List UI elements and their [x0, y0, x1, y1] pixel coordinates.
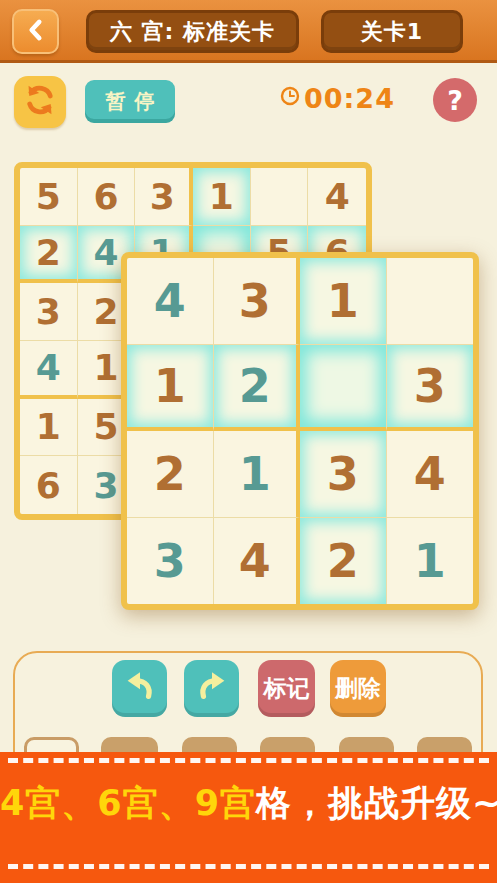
cell-r2c2[interactable]: 2: [214, 345, 301, 432]
cell-r3c1[interactable]: 2: [127, 431, 214, 518]
cell-r2c4[interactable]: 3: [387, 345, 474, 432]
cell-r1c5[interactable]: [251, 168, 309, 226]
banner-dashed-line-bottom: [8, 864, 489, 869]
cell-r1c2[interactable]: 6: [78, 168, 136, 226]
undo-arrow-icon: [121, 667, 159, 710]
cell-r3c4[interactable]: 4: [387, 431, 474, 518]
cell-r4c4[interactable]: 1: [387, 518, 474, 605]
cell-r4c1[interactable]: 3: [127, 518, 214, 605]
back-chevron-icon: [23, 17, 49, 47]
cell-r1c1[interactable]: 4: [127, 258, 214, 345]
cell-r4c3[interactable]: 2: [300, 518, 387, 605]
redo-button[interactable]: [184, 660, 239, 717]
cell-r1c3[interactable]: 1: [300, 258, 387, 345]
cell-r1c4[interactable]: 1: [193, 168, 251, 226]
page-title: 六 宫: 标准关卡: [86, 10, 299, 53]
help-button[interactable]: ?: [433, 78, 477, 122]
timer: 00:24: [280, 80, 395, 116]
cell-r2c1[interactable]: 2: [20, 226, 78, 284]
cell-r3c3[interactable]: 3: [300, 431, 387, 518]
clock-icon: [280, 86, 300, 110]
restart-button[interactable]: [14, 76, 66, 128]
level-badge: 关卡1: [321, 10, 463, 53]
banner-dashed-line-top: [8, 758, 489, 763]
cell-r6c1[interactable]: 6: [20, 456, 78, 514]
cell-r1c1[interactable]: 5: [20, 168, 78, 226]
cell-r4c1[interactable]: 4: [20, 341, 78, 399]
board-4x4-overlay: 43112321343421: [121, 252, 479, 610]
mark-button[interactable]: 标记: [258, 660, 315, 717]
redo-arrow-icon: [193, 667, 231, 710]
undo-button[interactable]: [112, 660, 167, 717]
cell-r4c2[interactable]: 4: [214, 518, 301, 605]
banner-text: 4宫、6宫、9宫格，挑战升级~: [0, 780, 497, 827]
cell-r1c4[interactable]: [387, 258, 474, 345]
cell-r2c1[interactable]: 1: [127, 345, 214, 432]
cell-r1c6[interactable]: 4: [308, 168, 366, 226]
cell-r5c1[interactable]: 1: [20, 399, 78, 457]
banner-text-highlight: 4宫、6宫、9宫: [0, 783, 256, 823]
refresh-icon: [21, 81, 59, 123]
timer-value: 00:24: [304, 83, 395, 114]
cell-r1c2[interactable]: 3: [214, 258, 301, 345]
promo-banner: 4宫、6宫、9宫格，挑战升级~: [0, 752, 497, 883]
banner-text-rest: 格，挑战升级~: [256, 783, 497, 823]
delete-button[interactable]: 删除: [330, 660, 386, 717]
pause-button[interactable]: 暂停: [85, 80, 175, 123]
back-button[interactable]: [12, 9, 59, 54]
cell-r1c3[interactable]: 3: [135, 168, 193, 226]
cell-r3c2[interactable]: 1: [214, 431, 301, 518]
cell-r2c3[interactable]: [300, 345, 387, 432]
cell-r3c1[interactable]: 3: [20, 283, 78, 341]
